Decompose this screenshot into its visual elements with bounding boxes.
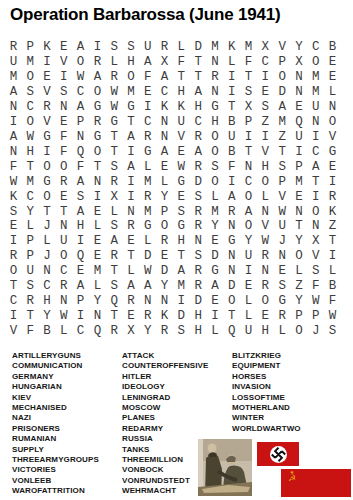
grid-cell: N bbox=[5, 145, 22, 160]
grid-cell: W bbox=[139, 264, 156, 279]
grid-cell: M bbox=[207, 40, 224, 55]
grid-cell: T bbox=[307, 174, 324, 189]
grid-cell: K bbox=[173, 100, 190, 115]
grid-cell: S bbox=[5, 204, 22, 219]
grid-cell: L bbox=[324, 85, 341, 100]
grid-cell: N bbox=[274, 249, 291, 264]
grid-cell: I bbox=[240, 264, 257, 279]
grid-cell: T bbox=[5, 279, 22, 294]
word-item: COMMUNICATION bbox=[12, 361, 99, 371]
grid-cell: Y bbox=[240, 234, 257, 249]
grid-cell: M bbox=[22, 55, 39, 70]
grid-cell: S bbox=[123, 40, 140, 55]
grid-cell: S bbox=[106, 279, 123, 294]
grid-cell: M bbox=[139, 204, 156, 219]
grid-cell: L bbox=[106, 55, 123, 70]
grid-cell: I bbox=[5, 115, 22, 130]
grid-cell: K bbox=[156, 309, 173, 324]
grid-cell: T bbox=[123, 249, 140, 264]
grid-cell: H bbox=[173, 234, 190, 249]
grid-cell: H bbox=[173, 85, 190, 100]
grid-cell: P bbox=[291, 160, 308, 175]
grid-cell: G bbox=[123, 100, 140, 115]
grid-cell: W bbox=[324, 309, 341, 324]
grid-cell: G bbox=[106, 115, 123, 130]
nazi-flag bbox=[257, 442, 299, 466]
grid-cell: S bbox=[173, 324, 190, 339]
grid-cell: E bbox=[55, 189, 72, 204]
grid-cell: W bbox=[55, 309, 72, 324]
grid-cell: H bbox=[190, 324, 207, 339]
word-item: VONBOCK bbox=[122, 465, 209, 475]
grid-cell: M bbox=[22, 174, 39, 189]
grid-cell: G bbox=[324, 145, 341, 160]
grid-cell: O bbox=[22, 70, 39, 85]
grid-cell: O bbox=[291, 249, 308, 264]
grid-cell: U bbox=[274, 219, 291, 234]
grid-cell: M bbox=[274, 115, 291, 130]
grid-cell: H bbox=[190, 309, 207, 324]
grid-cell: D bbox=[139, 249, 156, 264]
grid-cell: Q bbox=[223, 324, 240, 339]
grid-cell: Q bbox=[72, 249, 89, 264]
word-item: WEHRMACHT bbox=[122, 486, 209, 496]
grid-cell: Q bbox=[291, 115, 308, 130]
grid-cell: T bbox=[39, 204, 56, 219]
grid-cell: P bbox=[72, 294, 89, 309]
grid-cell: G bbox=[173, 219, 190, 234]
word-item: PLANES bbox=[122, 413, 209, 423]
grid-cell: T bbox=[173, 70, 190, 85]
grid-cell: I bbox=[307, 130, 324, 145]
grid-cell: M bbox=[173, 279, 190, 294]
grid-cell: O bbox=[274, 70, 291, 85]
grid-cell: E bbox=[257, 85, 274, 100]
grid-cell: T bbox=[223, 309, 240, 324]
grid-cell: G bbox=[139, 145, 156, 160]
soviet-flag: ★☭ bbox=[281, 469, 351, 497]
grid-cell: S bbox=[324, 324, 341, 339]
grid-cell: E bbox=[123, 309, 140, 324]
grid-cell: A bbox=[5, 130, 22, 145]
grid-cell: I bbox=[139, 100, 156, 115]
grid-cell: R bbox=[123, 294, 140, 309]
grid-cell: E bbox=[324, 160, 341, 175]
grid-cell: O bbox=[240, 189, 257, 204]
grid-cell: I bbox=[123, 189, 140, 204]
grid-cell: Y bbox=[291, 40, 308, 55]
grid-cell: H bbox=[207, 115, 224, 130]
grid-cell: L bbox=[55, 324, 72, 339]
grid-cell: I bbox=[39, 55, 56, 70]
grid-cell: A bbox=[190, 145, 207, 160]
grid-cell: I bbox=[55, 70, 72, 85]
grid-cell: P bbox=[274, 174, 291, 189]
grid-cell: V bbox=[55, 55, 72, 70]
grid-cell: N bbox=[55, 100, 72, 115]
grid-cell: D bbox=[173, 309, 190, 324]
grid-cell: F bbox=[240, 55, 257, 70]
word-item: THREEARMYGROUPS bbox=[12, 455, 99, 465]
grid-cell: R bbox=[106, 324, 123, 339]
grid-cell: R bbox=[55, 174, 72, 189]
grid-cell: Z bbox=[291, 279, 308, 294]
grid-cell: A bbox=[139, 279, 156, 294]
grid-cell: Q bbox=[72, 145, 89, 160]
grid-cell: E bbox=[173, 145, 190, 160]
grid-cell: T bbox=[123, 115, 140, 130]
grid-cell: E bbox=[55, 115, 72, 130]
grid-cell: M bbox=[89, 264, 106, 279]
word-list-column-3: BLITZKRIEGEQUIPMENTHORSESINVASIONLOSSOFT… bbox=[232, 351, 301, 434]
grid-cell: L bbox=[89, 219, 106, 234]
grid-cell: S bbox=[190, 249, 207, 264]
grid-cell: R bbox=[139, 309, 156, 324]
grid-cell: S bbox=[55, 85, 72, 100]
grid-cell: I bbox=[39, 145, 56, 160]
grid-cell: I bbox=[89, 189, 106, 204]
grid-cell: R bbox=[156, 234, 173, 249]
grid-cell: A bbox=[223, 189, 240, 204]
grid-cell: V bbox=[5, 324, 22, 339]
grid-cell: N bbox=[5, 100, 22, 115]
word-item: INVASION bbox=[232, 382, 301, 392]
grid-cell: R bbox=[190, 130, 207, 145]
grid-cell: A bbox=[307, 160, 324, 175]
grid-cell: N bbox=[324, 100, 341, 115]
grid-cell: J bbox=[307, 324, 324, 339]
grid-cell: A bbox=[72, 279, 89, 294]
word-item: EQUIPMENT bbox=[232, 361, 301, 371]
word-item: RUMANIAN bbox=[12, 434, 99, 444]
grid-cell: W bbox=[257, 234, 274, 249]
grid-cell: I bbox=[89, 40, 106, 55]
grid-cell: I bbox=[123, 145, 140, 160]
grid-cell: R bbox=[139, 130, 156, 145]
grid-cell: U bbox=[223, 130, 240, 145]
grid-cell: R bbox=[274, 309, 291, 324]
word-item: THREEMILLION bbox=[122, 455, 209, 465]
grid-cell: S bbox=[257, 100, 274, 115]
word-item: MOSCOW bbox=[122, 403, 209, 413]
grid-cell: T bbox=[55, 204, 72, 219]
grid-cell: Y bbox=[207, 219, 224, 234]
grid-cell: G bbox=[207, 264, 224, 279]
grid-cell: E bbox=[324, 55, 341, 70]
grid-cell: S bbox=[274, 279, 291, 294]
grid-cell: A bbox=[207, 279, 224, 294]
grid-cell: S bbox=[190, 189, 207, 204]
grid-cell: P bbox=[240, 115, 257, 130]
word-item: MECHANISED bbox=[12, 403, 99, 413]
grid-cell: R bbox=[89, 55, 106, 70]
grid-cell: F bbox=[173, 55, 190, 70]
nazi-flag-circle bbox=[270, 446, 287, 463]
grid-cell: G bbox=[207, 100, 224, 115]
grid-cell: W bbox=[307, 294, 324, 309]
word-search-grid: RPKEAISSURLDMKMXVYCBUMIVORLHAXFTNLFCPXOE… bbox=[5, 40, 341, 339]
grid-cell: R bbox=[123, 219, 140, 234]
grid-cell: G bbox=[173, 174, 190, 189]
grid-cell: U bbox=[307, 100, 324, 115]
grid-cell: I bbox=[207, 309, 224, 324]
grid-cell: U bbox=[5, 55, 22, 70]
grid-cell: E bbox=[324, 70, 341, 85]
grid-cell: X bbox=[106, 189, 123, 204]
grid-cell: O bbox=[5, 264, 22, 279]
grid-cell: Y bbox=[22, 204, 39, 219]
grid-cell: N bbox=[223, 249, 240, 264]
grid-cell: M bbox=[123, 85, 140, 100]
grid-cell: Y bbox=[139, 324, 156, 339]
grid-cell: O bbox=[123, 70, 140, 85]
word-item: RUSSIA bbox=[122, 434, 209, 444]
grid-cell: O bbox=[55, 249, 72, 264]
grid-cell: I bbox=[307, 189, 324, 204]
grid-cell: F bbox=[55, 130, 72, 145]
grid-cell: A bbox=[123, 279, 140, 294]
grid-cell: B bbox=[324, 40, 341, 55]
word-item: REDARMY bbox=[122, 424, 209, 434]
grid-cell: I bbox=[72, 234, 89, 249]
grid-cell: N bbox=[89, 174, 106, 189]
word-list-column-2: ATTACKCOUNTEROFFENSIVEHITLERIDEOLOGYLENI… bbox=[122, 351, 209, 497]
grid-cell: M bbox=[307, 85, 324, 100]
grid-cell: R bbox=[139, 189, 156, 204]
grid-cell: A bbox=[5, 85, 22, 100]
grid-cell: A bbox=[72, 40, 89, 55]
grid-cell: E bbox=[139, 85, 156, 100]
grid-cell: D bbox=[207, 249, 224, 264]
grid-cell: S bbox=[173, 204, 190, 219]
grid-cell: B bbox=[223, 115, 240, 130]
grid-cell: B bbox=[223, 145, 240, 160]
grid-cell: T bbox=[240, 145, 257, 160]
grid-cell: I bbox=[291, 145, 308, 160]
grid-cell: G bbox=[139, 219, 156, 234]
grid-cell: Y bbox=[156, 279, 173, 294]
grid-cell: G bbox=[39, 130, 56, 145]
grid-cell: E bbox=[55, 40, 72, 55]
grid-cell: J bbox=[39, 219, 56, 234]
grid-cell: Y bbox=[291, 234, 308, 249]
grid-cell: O bbox=[39, 189, 56, 204]
grid-cell: N bbox=[156, 294, 173, 309]
grid-cell: T bbox=[291, 219, 308, 234]
grid-cell: G bbox=[274, 294, 291, 309]
grid-cell: E bbox=[291, 100, 308, 115]
grid-cell: R bbox=[55, 279, 72, 294]
grid-cell: L bbox=[89, 279, 106, 294]
grid-cell: H bbox=[72, 219, 89, 234]
grid-cell: R bbox=[190, 264, 207, 279]
grid-cell: R bbox=[156, 40, 173, 55]
grid-cell: W bbox=[274, 204, 291, 219]
grid-cell: S bbox=[207, 160, 224, 175]
grid-cell: P bbox=[72, 115, 89, 130]
grid-cell: R bbox=[190, 204, 207, 219]
grid-cell: I bbox=[257, 130, 274, 145]
soviet-star-icon: ★ bbox=[288, 470, 296, 474]
grid-cell: N bbox=[257, 204, 274, 219]
grid-cell: D bbox=[274, 85, 291, 100]
grid-cell: D bbox=[156, 264, 173, 279]
grid-cell: A bbox=[72, 174, 89, 189]
grid-cell: V bbox=[274, 40, 291, 55]
grid-cell: G bbox=[89, 100, 106, 115]
grid-cell: N bbox=[223, 219, 240, 234]
grid-cell: L bbox=[257, 189, 274, 204]
grid-cell: U bbox=[240, 249, 257, 264]
grid-cell: O bbox=[39, 160, 56, 175]
grid-cell: K bbox=[156, 100, 173, 115]
grid-cell: C bbox=[72, 324, 89, 339]
grid-cell: T bbox=[190, 70, 207, 85]
grid-cell: L bbox=[139, 234, 156, 249]
grid-cell: A bbox=[274, 100, 291, 115]
grid-cell: H bbox=[39, 294, 56, 309]
word-item: VONRUNDSTEDT bbox=[122, 476, 209, 486]
grid-cell: E bbox=[89, 249, 106, 264]
grid-cell: A bbox=[72, 100, 89, 115]
grid-cell: L bbox=[223, 55, 240, 70]
grid-cell: S bbox=[106, 219, 123, 234]
grid-cell: N bbox=[139, 294, 156, 309]
grid-cell: F bbox=[307, 279, 324, 294]
grid-cell: X bbox=[257, 40, 274, 55]
grid-cell: K bbox=[223, 40, 240, 55]
grid-cell: M bbox=[139, 174, 156, 189]
grid-cell: N bbox=[257, 264, 274, 279]
grid-cell: R bbox=[39, 100, 56, 115]
grid-cell: L bbox=[139, 160, 156, 175]
word-item: PRISONERS bbox=[12, 424, 99, 434]
grid-cell: O bbox=[240, 219, 257, 234]
grid-cell: C bbox=[190, 115, 207, 130]
word-item: LENINGRAD bbox=[122, 393, 209, 403]
grid-cell: A bbox=[156, 145, 173, 160]
grid-cell: N bbox=[55, 219, 72, 234]
grid-cell: I bbox=[5, 309, 22, 324]
grid-cell: W bbox=[106, 85, 123, 100]
grid-cell: Z bbox=[274, 130, 291, 145]
grid-cell: C bbox=[55, 264, 72, 279]
hammer-and-sickle-icon: ★☭ bbox=[288, 470, 296, 483]
grid-cell: N bbox=[307, 219, 324, 234]
grid-cell: S bbox=[22, 279, 39, 294]
grid-cell: N bbox=[190, 234, 207, 249]
grid-cell: S bbox=[72, 189, 89, 204]
grid-cell: C bbox=[5, 294, 22, 309]
grid-cell: C bbox=[139, 115, 156, 130]
grid-cell: P bbox=[22, 249, 39, 264]
word-item: ATTACK bbox=[122, 351, 209, 361]
grid-cell: L bbox=[22, 219, 39, 234]
grid-cell: E bbox=[173, 189, 190, 204]
grid-cell: R bbox=[190, 279, 207, 294]
grid-cell: L bbox=[240, 294, 257, 309]
grid-cell: D bbox=[190, 174, 207, 189]
grid-cell: V bbox=[274, 189, 291, 204]
grid-cell: T bbox=[22, 160, 39, 175]
grid-cell: R bbox=[257, 249, 274, 264]
grid-cell: L bbox=[106, 204, 123, 219]
grid-cell: N bbox=[240, 160, 257, 175]
grid-cell: H bbox=[257, 160, 274, 175]
grid-cell: N bbox=[72, 130, 89, 145]
grid-cell: N bbox=[39, 264, 56, 279]
grid-cell: P bbox=[274, 55, 291, 70]
grid-cell: T bbox=[190, 55, 207, 70]
grid-cell: T bbox=[106, 309, 123, 324]
grid-cell: A bbox=[123, 160, 140, 175]
grid-cell: V bbox=[257, 145, 274, 160]
grid-cell: C bbox=[307, 40, 324, 55]
grid-cell: E bbox=[257, 309, 274, 324]
grid-cell: E bbox=[291, 189, 308, 204]
word-item: WORLDWARTWO bbox=[232, 424, 301, 434]
grid-cell: V bbox=[257, 219, 274, 234]
word-item: TANKS bbox=[122, 445, 209, 455]
grid-cell: Q bbox=[106, 294, 123, 309]
grid-cell: O bbox=[207, 145, 224, 160]
grid-cell: H bbox=[257, 324, 274, 339]
grid-cell: E bbox=[240, 279, 257, 294]
word-item: KIEV bbox=[12, 393, 99, 403]
grid-cell: B bbox=[39, 324, 56, 339]
grid-cell: A bbox=[89, 70, 106, 85]
grid-cell: R bbox=[324, 189, 341, 204]
word-item: HUNGARIAN bbox=[12, 382, 99, 392]
grid-cell: I bbox=[257, 70, 274, 85]
grid-cell: F bbox=[139, 70, 156, 85]
grid-cell: C bbox=[39, 279, 56, 294]
grid-cell: L bbox=[39, 234, 56, 249]
grid-cell: N bbox=[291, 204, 308, 219]
grid-cell: U bbox=[22, 264, 39, 279]
grid-cell: V bbox=[39, 115, 56, 130]
grid-cell: K bbox=[39, 40, 56, 55]
grid-cell: K bbox=[5, 189, 22, 204]
grid-cell: Y bbox=[291, 294, 308, 309]
grid-cell: T bbox=[106, 264, 123, 279]
grid-cell: A bbox=[123, 130, 140, 145]
grid-cell: T bbox=[173, 249, 190, 264]
grid-cell: U bbox=[240, 324, 257, 339]
grid-cell: D bbox=[190, 40, 207, 55]
grid-cell: U bbox=[55, 234, 72, 249]
grid-cell: C bbox=[307, 145, 324, 160]
grid-cell: E bbox=[274, 264, 291, 279]
grid-cell: N bbox=[307, 115, 324, 130]
grid-cell: R bbox=[190, 160, 207, 175]
grid-cell: U bbox=[139, 40, 156, 55]
grid-cell: R bbox=[5, 249, 22, 264]
grid-cell: R bbox=[106, 174, 123, 189]
grid-cell: W bbox=[5, 174, 22, 189]
grid-cell: N bbox=[291, 70, 308, 85]
grid-cell: H bbox=[22, 145, 39, 160]
word-item: WAROFATTRITION bbox=[12, 486, 99, 496]
grid-cell: L bbox=[156, 174, 173, 189]
grid-cell: I bbox=[223, 174, 240, 189]
grid-cell: T bbox=[223, 100, 240, 115]
grid-cell: W bbox=[106, 100, 123, 115]
grid-cell: I bbox=[324, 174, 341, 189]
grid-cell: A bbox=[72, 204, 89, 219]
grid-cell: R bbox=[22, 294, 39, 309]
grid-cell: O bbox=[307, 204, 324, 219]
